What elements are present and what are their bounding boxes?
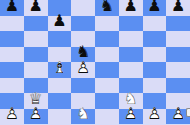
square-f3[interactable]: [119, 78, 143, 94]
white-knight-icon: ♘: [71, 106, 95, 122]
square-h6[interactable]: [166, 31, 190, 47]
white-pawn-fill: ♟: [143, 106, 167, 122]
square-e3[interactable]: [95, 78, 119, 94]
square-g8[interactable]: ♟: [143, 0, 167, 16]
white-queen-fill: ♛: [24, 91, 48, 107]
square-a6[interactable]: [0, 31, 24, 47]
square-h7[interactable]: [166, 16, 190, 32]
square-e2[interactable]: [95, 93, 119, 109]
black-pawn-icon: ♟: [48, 13, 72, 29]
square-d5[interactable]: ♞: [71, 47, 95, 63]
cropped-piece-fragment: [186, 108, 190, 117]
square-b7[interactable]: [24, 16, 48, 32]
square-e8[interactable]: ♞: [95, 0, 119, 16]
square-h5[interactable]: [166, 47, 190, 63]
white-pawn-fill: ♟: [71, 60, 95, 76]
square-e6[interactable]: [95, 31, 119, 47]
square-c3[interactable]: [48, 78, 72, 94]
square-d8[interactable]: [71, 0, 95, 16]
black-pawn-icon: ♟: [0, 0, 24, 13]
square-f2[interactable]: ♞♘: [119, 93, 143, 109]
white-pawn-icon: ♙: [71, 60, 95, 76]
square-h3[interactable]: [166, 78, 190, 94]
square-a1[interactable]: ♟♙: [0, 109, 24, 125]
square-c5[interactable]: [48, 47, 72, 63]
white-knight-icon: ♘: [119, 91, 143, 107]
square-g4[interactable]: [143, 62, 167, 78]
black-pawn-icon: ♟: [166, 0, 190, 13]
white-pawn-fill: ♟: [24, 106, 48, 122]
square-b1[interactable]: ♟♙: [24, 109, 48, 125]
black-knight-icon: ♞: [95, 0, 119, 13]
black-knight-icon: ♞: [71, 44, 95, 60]
square-c1[interactable]: [48, 109, 72, 125]
square-d3[interactable]: [71, 78, 95, 94]
square-e1[interactable]: [95, 109, 119, 125]
white-bishop-fill: ♝: [48, 60, 72, 76]
square-g2[interactable]: [143, 93, 167, 109]
square-c8[interactable]: [48, 0, 72, 16]
square-e4[interactable]: [95, 62, 119, 78]
square-h8[interactable]: ♟: [166, 0, 190, 16]
square-f6[interactable]: [119, 31, 143, 47]
square-a8[interactable]: ♟: [0, 0, 24, 16]
square-f8[interactable]: ♟: [119, 0, 143, 16]
square-a4[interactable]: [0, 62, 24, 78]
square-a7[interactable]: [0, 16, 24, 32]
white-knight-fill: ♞: [119, 91, 143, 107]
white-queen-icon: ♕: [24, 91, 48, 107]
square-d6[interactable]: [71, 31, 95, 47]
white-pawn-icon: ♙: [143, 106, 167, 122]
square-c6[interactable]: [48, 31, 72, 47]
square-d7[interactable]: [71, 16, 95, 32]
square-h2[interactable]: [166, 93, 190, 109]
square-b2[interactable]: ♛♕: [24, 93, 48, 109]
square-d4[interactable]: ♟♙: [71, 62, 95, 78]
chess-board-wrapper: ♟♟♞♟♟♟♟♞♝♗♟♙♛♕♞♘♟♙♟♙♞♘♟♙♟♙♟♙: [0, 0, 190, 124]
square-g1[interactable]: ♟♙: [143, 109, 167, 125]
square-b3[interactable]: [24, 78, 48, 94]
square-e7[interactable]: [95, 16, 119, 32]
square-e5[interactable]: [95, 47, 119, 63]
square-g5[interactable]: [143, 47, 167, 63]
square-g3[interactable]: [143, 78, 167, 94]
square-h4[interactable]: [166, 62, 190, 78]
chess-board: ♟♟♞♟♟♟♟♞♝♗♟♙♛♕♞♘♟♙♟♙♞♘♟♙♟♙♟♙: [0, 0, 190, 124]
white-pawn-icon: ♙: [119, 106, 143, 122]
square-f5[interactable]: [119, 47, 143, 63]
black-pawn-icon: ♟: [143, 0, 167, 13]
square-f7[interactable]: [119, 16, 143, 32]
square-a3[interactable]: [0, 78, 24, 94]
square-g6[interactable]: [143, 31, 167, 47]
white-knight-fill: ♞: [71, 106, 95, 122]
white-bishop-icon: ♗: [48, 60, 72, 76]
square-f4[interactable]: [119, 62, 143, 78]
square-g7[interactable]: [143, 16, 167, 32]
square-c4[interactable]: ♝♗: [48, 62, 72, 78]
square-b8[interactable]: ♟: [24, 0, 48, 16]
square-b4[interactable]: [24, 62, 48, 78]
square-a5[interactable]: [0, 47, 24, 63]
white-pawn-icon: ♙: [24, 106, 48, 122]
black-pawn-icon: ♟: [24, 0, 48, 13]
square-b5[interactable]: [24, 47, 48, 63]
square-d2[interactable]: [71, 93, 95, 109]
white-pawn-icon: ♙: [0, 106, 24, 122]
square-a2[interactable]: [0, 93, 24, 109]
square-c2[interactable]: [48, 93, 72, 109]
square-f1[interactable]: ♟♙: [119, 109, 143, 125]
black-pawn-icon: ♟: [119, 0, 143, 13]
white-pawn-fill: ♟: [119, 106, 143, 122]
square-b6[interactable]: [24, 31, 48, 47]
square-d1[interactable]: ♞♘: [71, 109, 95, 125]
white-pawn-fill: ♟: [0, 106, 24, 122]
square-c7[interactable]: ♟: [48, 16, 72, 32]
